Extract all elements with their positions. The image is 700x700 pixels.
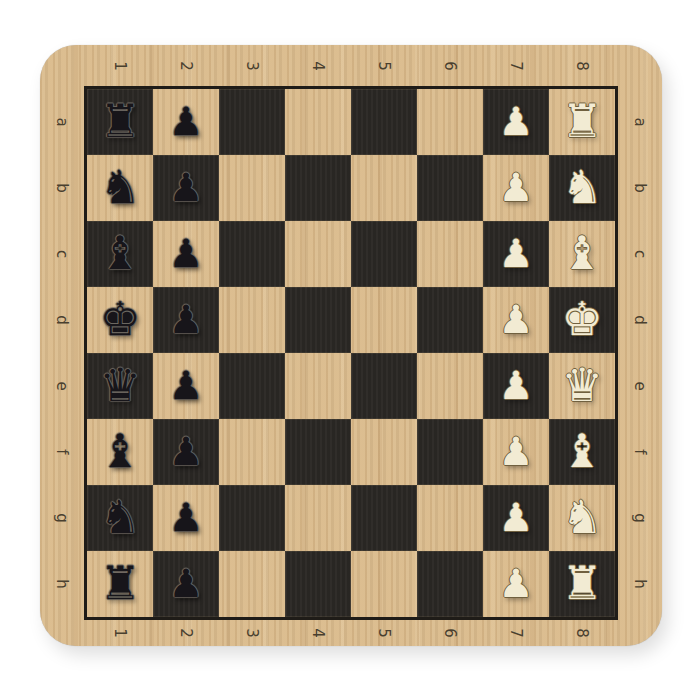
coord-left-cell: b xyxy=(40,155,84,221)
coord-right-d: d xyxy=(631,315,649,325)
coord-left-e: e xyxy=(53,381,71,390)
coord-top-cell: 4 xyxy=(285,45,351,86)
coord-right-cell: e xyxy=(618,353,662,419)
square-d3[interactable] xyxy=(219,287,285,353)
square-b4[interactable] xyxy=(285,155,351,221)
square-g7[interactable]: ♟ xyxy=(483,485,549,551)
coord-top-4: 4 xyxy=(309,61,327,71)
square-g3[interactable] xyxy=(219,485,285,551)
coord-bottom-6: 6 xyxy=(441,628,459,638)
piece-white-knight[interactable]: ♞ xyxy=(561,494,602,540)
square-a8[interactable]: ♜ xyxy=(549,89,615,155)
coord-top-cell: 7 xyxy=(483,45,549,86)
square-e2[interactable]: ♟ xyxy=(153,353,219,419)
coord-left-h: h xyxy=(53,579,71,589)
square-h7[interactable]: ♟ xyxy=(483,551,549,617)
coord-left-cell: f xyxy=(40,419,84,485)
coord-top-cell: 5 xyxy=(351,45,417,86)
file-labels-right: abcdefgh xyxy=(618,89,662,617)
square-f3[interactable] xyxy=(219,419,285,485)
coord-left-f: f xyxy=(53,449,71,454)
piece-black-knight[interactable]: ♞ xyxy=(99,164,140,210)
coord-top-7: 7 xyxy=(507,61,525,71)
coord-left-g: g xyxy=(53,513,71,523)
square-c4[interactable] xyxy=(285,221,351,287)
square-h1[interactable]: ♜ xyxy=(87,551,153,617)
coord-right-h: h xyxy=(631,579,649,589)
coord-top-8: 8 xyxy=(573,61,591,71)
coord-top-cell: 3 xyxy=(219,45,285,86)
square-b1[interactable]: ♞ xyxy=(87,155,153,221)
piece-white-bishop[interactable]: ♝ xyxy=(561,428,602,474)
square-g5[interactable] xyxy=(351,485,417,551)
coord-top-6: 6 xyxy=(441,61,459,71)
square-d1[interactable]: ♚ xyxy=(87,287,153,353)
coord-bottom-4: 4 xyxy=(309,628,327,638)
piece-black-pawn[interactable]: ♟ xyxy=(169,564,204,603)
coord-bottom-cell: 3 xyxy=(219,620,285,646)
coord-top-cell: 1 xyxy=(87,45,153,86)
coord-top-2: 2 xyxy=(177,61,195,71)
coord-bottom-cell: 8 xyxy=(549,620,615,646)
piece-white-rook[interactable]: ♜ xyxy=(561,98,602,144)
square-h8[interactable]: ♜ xyxy=(549,551,615,617)
piece-black-pawn[interactable]: ♟ xyxy=(169,102,204,141)
square-d5[interactable] xyxy=(351,287,417,353)
piece-white-pawn[interactable]: ♟ xyxy=(499,498,534,537)
square-c6[interactable] xyxy=(417,221,483,287)
square-e4[interactable] xyxy=(285,353,351,419)
square-h6[interactable] xyxy=(417,551,483,617)
square-f8[interactable]: ♝ xyxy=(549,419,615,485)
square-c2[interactable]: ♟ xyxy=(153,221,219,287)
square-c7[interactable]: ♟ xyxy=(483,221,549,287)
square-d4[interactable] xyxy=(285,287,351,353)
coord-left-cell: a xyxy=(40,89,84,155)
coord-left-c: c xyxy=(53,250,71,258)
square-a1[interactable]: ♜ xyxy=(87,89,153,155)
square-g1[interactable]: ♞ xyxy=(87,485,153,551)
piece-white-rook[interactable]: ♜ xyxy=(561,560,602,606)
piece-white-pawn[interactable]: ♟ xyxy=(499,366,534,405)
coord-right-g: g xyxy=(631,513,649,523)
square-d7[interactable]: ♟ xyxy=(483,287,549,353)
piece-white-pawn[interactable]: ♟ xyxy=(499,300,534,339)
piece-white-pawn[interactable]: ♟ xyxy=(499,102,534,141)
coord-bottom-cell: 7 xyxy=(483,620,549,646)
coord-top-1: 1 xyxy=(111,61,129,71)
square-e5[interactable] xyxy=(351,353,417,419)
coord-top-cell: 8 xyxy=(549,45,615,86)
piece-black-pawn[interactable]: ♟ xyxy=(169,432,204,471)
piece-black-pawn[interactable]: ♟ xyxy=(169,300,204,339)
square-a5[interactable] xyxy=(351,89,417,155)
square-f1[interactable]: ♝ xyxy=(87,419,153,485)
square-e1[interactable]: ♛ xyxy=(87,353,153,419)
piece-black-knight[interactable]: ♞ xyxy=(99,494,140,540)
piece-white-pawn[interactable]: ♟ xyxy=(499,564,534,603)
coord-right-cell: g xyxy=(618,485,662,551)
square-b8[interactable]: ♞ xyxy=(549,155,615,221)
coord-right-cell: a xyxy=(618,89,662,155)
coord-left-cell: g xyxy=(40,485,84,551)
coord-left-b: b xyxy=(53,183,71,193)
square-f7[interactable]: ♟ xyxy=(483,419,549,485)
square-e7[interactable]: ♟ xyxy=(483,353,549,419)
coord-right-e: e xyxy=(631,381,649,390)
piece-white-pawn[interactable]: ♟ xyxy=(499,234,534,273)
coord-right-cell: b xyxy=(618,155,662,221)
coord-left-cell: c xyxy=(40,221,84,287)
square-a3[interactable] xyxy=(219,89,285,155)
coord-bottom-7: 7 xyxy=(507,628,525,638)
piece-black-pawn[interactable]: ♟ xyxy=(169,234,204,273)
square-a7[interactable]: ♟ xyxy=(483,89,549,155)
square-b5[interactable] xyxy=(351,155,417,221)
rank-labels-top: 12345678 xyxy=(87,45,615,86)
square-a6[interactable] xyxy=(417,89,483,155)
square-f6[interactable] xyxy=(417,419,483,485)
piece-white-pawn[interactable]: ♟ xyxy=(499,432,534,471)
square-d8[interactable]: ♚ xyxy=(549,287,615,353)
coord-left-cell: h xyxy=(40,551,84,617)
square-b3[interactable] xyxy=(219,155,285,221)
coord-top-cell: 6 xyxy=(417,45,483,86)
square-e3[interactable] xyxy=(219,353,285,419)
coord-bottom-3: 3 xyxy=(243,628,261,638)
square-d2[interactable]: ♟ xyxy=(153,287,219,353)
coord-bottom-cell: 2 xyxy=(153,620,219,646)
coord-right-cell: c xyxy=(618,221,662,287)
board-grid: ♜♟♟♜♞♟♟♞♝♟♟♝♚♟♟♚♛♟♟♛♝♟♟♝♞♟♟♞♜♟♟♜ xyxy=(84,86,618,620)
square-c8[interactable]: ♝ xyxy=(549,221,615,287)
piece-white-king[interactable]: ♚ xyxy=(561,296,602,342)
square-a2[interactable]: ♟ xyxy=(153,89,219,155)
square-f2[interactable]: ♟ xyxy=(153,419,219,485)
coord-top-5: 5 xyxy=(375,61,393,71)
coord-bottom-5: 5 xyxy=(375,628,393,638)
square-g8[interactable]: ♞ xyxy=(549,485,615,551)
coord-right-f: f xyxy=(631,449,649,454)
piece-black-rook[interactable]: ♜ xyxy=(99,560,140,606)
square-h3[interactable] xyxy=(219,551,285,617)
piece-black-bishop[interactable]: ♝ xyxy=(99,230,140,276)
coord-bottom-8: 8 xyxy=(573,628,591,638)
file-labels-left: abcdefgh xyxy=(40,89,84,617)
square-b7[interactable]: ♟ xyxy=(483,155,549,221)
square-h5[interactable] xyxy=(351,551,417,617)
coord-right-cell: d xyxy=(618,287,662,353)
coord-right-cell: h xyxy=(618,551,662,617)
piece-white-bishop[interactable]: ♝ xyxy=(561,230,602,276)
coord-right-cell: f xyxy=(618,419,662,485)
square-a4[interactable] xyxy=(285,89,351,155)
square-e6[interactable] xyxy=(417,353,483,419)
coord-bottom-1: 1 xyxy=(111,628,129,638)
piece-black-bishop[interactable]: ♝ xyxy=(99,428,140,474)
square-e8[interactable]: ♛ xyxy=(549,353,615,419)
piece-black-pawn[interactable]: ♟ xyxy=(169,168,204,207)
square-c1[interactable]: ♝ xyxy=(87,221,153,287)
coord-bottom-cell: 1 xyxy=(87,620,153,646)
coord-top-cell: 2 xyxy=(153,45,219,86)
coord-right-a: a xyxy=(631,117,649,126)
coord-left-cell: e xyxy=(40,353,84,419)
piece-white-pawn[interactable]: ♟ xyxy=(499,168,534,207)
square-d6[interactable] xyxy=(417,287,483,353)
square-c3[interactable] xyxy=(219,221,285,287)
coord-bottom-cell: 6 xyxy=(417,620,483,646)
square-g4[interactable] xyxy=(285,485,351,551)
piece-black-queen[interactable]: ♛ xyxy=(99,362,140,408)
square-g6[interactable] xyxy=(417,485,483,551)
square-g2[interactable]: ♟ xyxy=(153,485,219,551)
piece-white-knight[interactable]: ♞ xyxy=(561,164,602,210)
coord-left-cell: d xyxy=(40,287,84,353)
square-f5[interactable] xyxy=(351,419,417,485)
chess-board: 12345678 12345678 abcdefgh abcdefgh ♜♟♟♜… xyxy=(40,45,662,646)
coord-bottom-cell: 4 xyxy=(285,620,351,646)
square-c5[interactable] xyxy=(351,221,417,287)
piece-black-pawn[interactable]: ♟ xyxy=(169,366,204,405)
square-h4[interactable] xyxy=(285,551,351,617)
coord-bottom-2: 2 xyxy=(177,628,195,638)
square-b6[interactable] xyxy=(417,155,483,221)
piece-white-queen[interactable]: ♛ xyxy=(561,362,602,408)
coord-top-3: 3 xyxy=(243,61,261,71)
square-f4[interactable] xyxy=(285,419,351,485)
coord-left-a: a xyxy=(53,117,71,126)
coord-right-c: c xyxy=(631,250,649,258)
coord-bottom-cell: 5 xyxy=(351,620,417,646)
piece-black-rook[interactable]: ♜ xyxy=(99,98,140,144)
rank-labels-bottom: 12345678 xyxy=(87,620,615,646)
piece-black-king[interactable]: ♚ xyxy=(99,296,140,342)
coord-right-b: b xyxy=(631,183,649,193)
coord-left-d: d xyxy=(53,315,71,325)
piece-black-pawn[interactable]: ♟ xyxy=(169,498,204,537)
square-h2[interactable]: ♟ xyxy=(153,551,219,617)
square-b2[interactable]: ♟ xyxy=(153,155,219,221)
